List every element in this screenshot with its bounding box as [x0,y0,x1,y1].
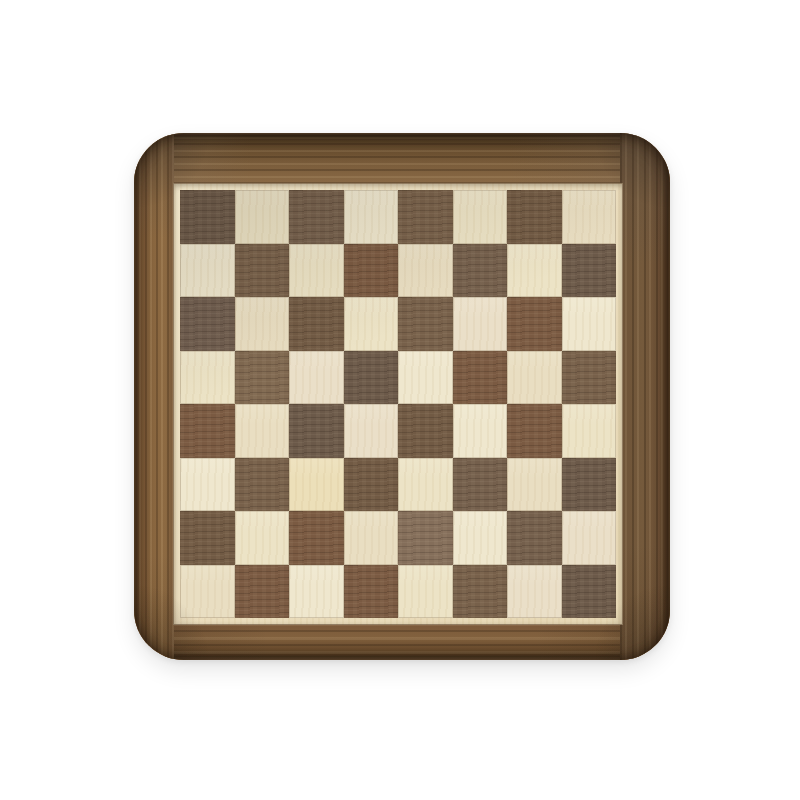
square-g3[interactable] [507,458,562,512]
square-a8[interactable] [180,190,235,244]
square-e7[interactable] [398,244,453,298]
square-a1[interactable] [180,565,235,619]
square-h3[interactable] [562,458,617,512]
square-h6[interactable] [562,297,617,351]
square-a6[interactable] [180,297,235,351]
square-d3[interactable] [344,458,399,512]
square-c6[interactable] [289,297,344,351]
square-f8[interactable] [453,190,508,244]
square-c2[interactable] [289,511,344,565]
square-a4[interactable] [180,404,235,458]
square-e1[interactable] [398,565,453,619]
board-grid [180,190,616,618]
square-c1[interactable] [289,565,344,619]
square-d1[interactable] [344,565,399,619]
square-c3[interactable] [289,458,344,512]
square-c8[interactable] [289,190,344,244]
square-g6[interactable] [507,297,562,351]
square-a7[interactable] [180,244,235,298]
square-h8[interactable] [562,190,617,244]
square-g2[interactable] [507,511,562,565]
square-b8[interactable] [235,190,290,244]
board-frame [134,133,670,660]
square-c4[interactable] [289,404,344,458]
square-g4[interactable] [507,404,562,458]
square-h5[interactable] [562,351,617,405]
square-f4[interactable] [453,404,508,458]
board-frame-left [134,133,174,660]
square-d7[interactable] [344,244,399,298]
square-f3[interactable] [453,458,508,512]
square-e6[interactable] [398,297,453,351]
square-b7[interactable] [235,244,290,298]
square-e2[interactable] [398,511,453,565]
square-d4[interactable] [344,404,399,458]
square-h4[interactable] [562,404,617,458]
square-c7[interactable] [289,244,344,298]
square-g1[interactable] [507,565,562,619]
square-h7[interactable] [562,244,617,298]
square-g5[interactable] [507,351,562,405]
chess-board [134,133,670,660]
square-f2[interactable] [453,511,508,565]
page-background [0,0,800,800]
board-frame-top [134,133,670,184]
square-d2[interactable] [344,511,399,565]
square-b1[interactable] [235,565,290,619]
square-g8[interactable] [507,190,562,244]
square-a2[interactable] [180,511,235,565]
square-b4[interactable] [235,404,290,458]
board-frame-bottom [134,622,670,660]
square-d6[interactable] [344,297,399,351]
square-b3[interactable] [235,458,290,512]
square-a5[interactable] [180,351,235,405]
square-f7[interactable] [453,244,508,298]
square-c5[interactable] [289,351,344,405]
square-f6[interactable] [453,297,508,351]
square-e3[interactable] [398,458,453,512]
square-b2[interactable] [235,511,290,565]
board-inlay-border [173,183,623,625]
square-g7[interactable] [507,244,562,298]
square-d5[interactable] [344,351,399,405]
square-e4[interactable] [398,404,453,458]
square-f1[interactable] [453,565,508,619]
square-f5[interactable] [453,351,508,405]
square-a3[interactable] [180,458,235,512]
square-h1[interactable] [562,565,617,619]
square-d8[interactable] [344,190,399,244]
square-h2[interactable] [562,511,617,565]
square-b5[interactable] [235,351,290,405]
square-b6[interactable] [235,297,290,351]
board-frame-right [620,133,670,660]
square-e5[interactable] [398,351,453,405]
square-e8[interactable] [398,190,453,244]
